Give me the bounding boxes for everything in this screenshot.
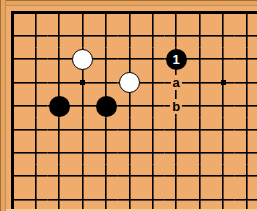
hoshi-marker	[221, 80, 226, 85]
go-board: 1ab	[0, 0, 257, 211]
point-label-a: a	[171, 75, 182, 90]
board-border-left	[0, 0, 6, 211]
black-stone	[96, 96, 117, 117]
point-label-b: b	[170, 99, 182, 114]
board-cut-edge-bottom	[6, 209, 257, 211]
board-border-top	[0, 0, 257, 6]
white-stone	[119, 72, 140, 93]
go-stones-layer: 1ab	[1, 1, 257, 211]
white-stone	[72, 49, 93, 70]
black-stone-move-1: 1	[166, 49, 187, 70]
hoshi-marker	[80, 80, 85, 85]
black-stone	[49, 96, 70, 117]
